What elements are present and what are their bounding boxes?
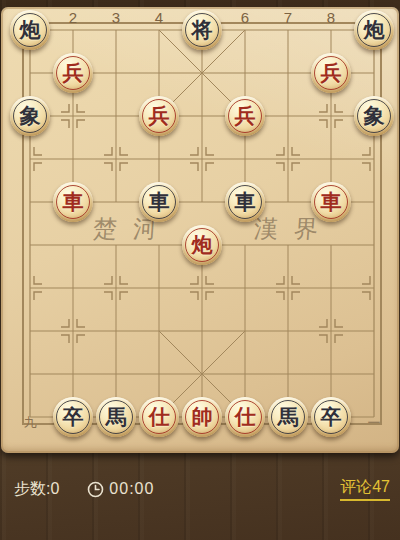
status-bar: 步数:0 00:00 评论47 <box>0 472 400 506</box>
column-number-top: 6 <box>233 9 257 26</box>
piece-character: 象 <box>20 102 41 130</box>
piece-black-車[interactable]: 車 <box>139 182 179 222</box>
piece-character: 車 <box>235 188 256 216</box>
piece-black-炮[interactable]: 炮 <box>10 10 50 50</box>
piece-red-車[interactable]: 車 <box>311 182 351 222</box>
clock-icon <box>87 481 104 498</box>
move-counter: 步数:0 <box>14 479 59 500</box>
piece-red-兵[interactable]: 兵 <box>225 96 265 136</box>
piece-character: 車 <box>63 188 84 216</box>
piece-red-仕[interactable]: 仕 <box>139 397 179 437</box>
piece-black-象[interactable]: 象 <box>354 96 394 136</box>
piece-black-車[interactable]: 車 <box>225 182 265 222</box>
piece-character: 兵 <box>63 59 84 87</box>
piece-character: 帥 <box>192 403 213 431</box>
column-number-bottom: 一 <box>362 414 386 432</box>
piece-red-車[interactable]: 車 <box>53 182 93 222</box>
piece-character: 卒 <box>321 403 342 431</box>
piece-character: 炮 <box>20 16 41 44</box>
piece-character: 炮 <box>364 16 385 44</box>
column-number-bottom: 九 <box>18 414 42 432</box>
piece-red-兵[interactable]: 兵 <box>311 53 351 93</box>
comments-link[interactable]: 评论47 <box>340 477 390 501</box>
piece-character: 仕 <box>235 403 256 431</box>
column-number-top: 4 <box>147 9 171 26</box>
piece-red-帥[interactable]: 帥 <box>182 397 222 437</box>
piece-red-兵[interactable]: 兵 <box>53 53 93 93</box>
piece-black-馬[interactable]: 馬 <box>96 397 136 437</box>
column-number-top: 3 <box>104 9 128 26</box>
piece-black-卒[interactable]: 卒 <box>311 397 351 437</box>
piece-character: 仕 <box>149 403 170 431</box>
timer-value: 00:00 <box>109 480 154 498</box>
piece-character: 車 <box>321 188 342 216</box>
piece-black-将[interactable]: 将 <box>182 10 222 50</box>
piece-black-炮[interactable]: 炮 <box>354 10 394 50</box>
xiangqi-board[interactable]: 楚河 漢界 123456789九八七六五四三二一 炮将炮兵兵象兵兵象車車車車炮卒… <box>1 7 399 453</box>
piece-character: 兵 <box>149 102 170 130</box>
piece-character: 兵 <box>321 59 342 87</box>
piece-red-仕[interactable]: 仕 <box>225 397 265 437</box>
column-number-top: 8 <box>319 9 343 26</box>
piece-character: 馬 <box>278 403 299 431</box>
piece-character: 将 <box>192 16 213 44</box>
piece-red-炮[interactable]: 炮 <box>182 225 222 265</box>
piece-red-兵[interactable]: 兵 <box>139 96 179 136</box>
column-number-top: 7 <box>276 9 300 26</box>
piece-character: 兵 <box>235 102 256 130</box>
piece-black-卒[interactable]: 卒 <box>53 397 93 437</box>
piece-character: 卒 <box>63 403 84 431</box>
piece-character: 象 <box>364 102 385 130</box>
piece-black-象[interactable]: 象 <box>10 96 50 136</box>
column-number-top: 2 <box>61 9 85 26</box>
piece-black-馬[interactable]: 馬 <box>268 397 308 437</box>
piece-character: 車 <box>149 188 170 216</box>
piece-character: 馬 <box>106 403 127 431</box>
piece-character: 炮 <box>192 231 213 259</box>
